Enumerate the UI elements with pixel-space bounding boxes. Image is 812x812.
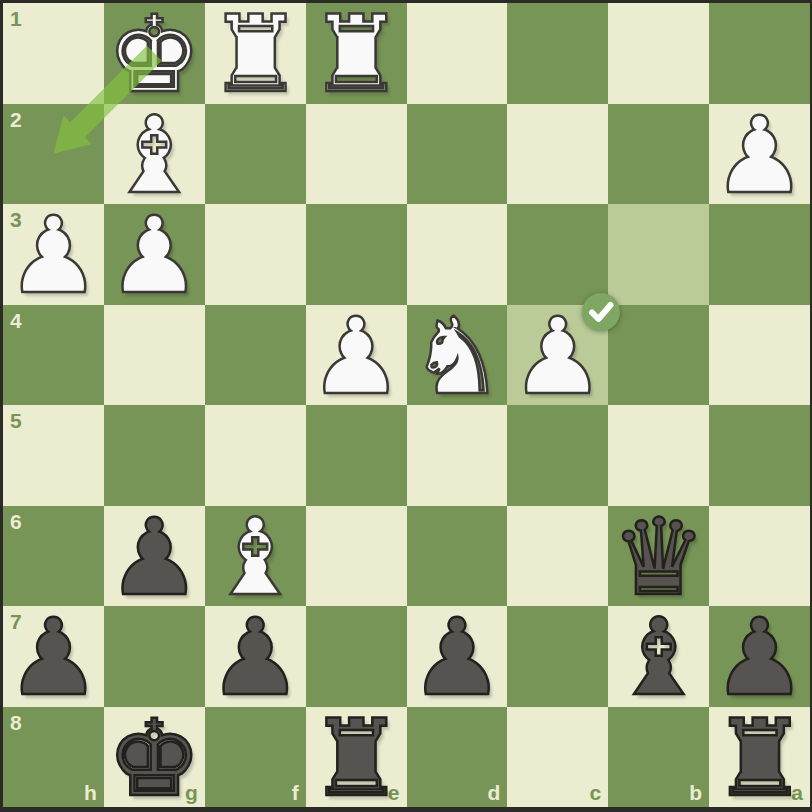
square-f6[interactable]: ♝	[205, 506, 306, 607]
square-h6[interactable]: 6	[3, 506, 104, 607]
square-d8[interactable]: d	[407, 707, 508, 808]
square-e2[interactable]	[306, 104, 407, 205]
square-f5[interactable]	[205, 405, 306, 506]
square-d3[interactable]	[407, 204, 508, 305]
black-pawn-g6[interactable]: ♟	[107, 508, 202, 608]
square-f4[interactable]	[205, 305, 306, 406]
square-a7[interactable]: ♟	[709, 606, 810, 707]
chess-board: 1♚♜♜2♝♟3♟♟4♟♞♟56♟♝♛7♟♟♟♝♟8hg♚fe♜dcba♜	[3, 3, 810, 807]
square-d5[interactable]	[407, 405, 508, 506]
white-king-g1[interactable]: ♚	[107, 5, 202, 105]
square-g4[interactable]	[104, 305, 205, 406]
square-a6[interactable]	[709, 506, 810, 607]
square-b4[interactable]	[608, 305, 709, 406]
square-a4[interactable]	[709, 305, 810, 406]
rank-label-2: 2	[10, 109, 22, 130]
square-f8[interactable]: f	[205, 707, 306, 808]
square-h4[interactable]: 4	[3, 305, 104, 406]
square-h3[interactable]: 3♟	[3, 204, 104, 305]
white-bishop-f6[interactable]: ♝	[208, 508, 303, 608]
file-label-d: d	[488, 782, 501, 803]
white-knight-d4[interactable]: ♞	[409, 307, 504, 407]
square-b3[interactable]	[608, 204, 709, 305]
square-d7[interactable]: ♟	[407, 606, 508, 707]
file-label-h: h	[84, 782, 97, 803]
rank-label-4: 4	[10, 310, 22, 331]
square-f3[interactable]	[205, 204, 306, 305]
square-g1[interactable]: ♚	[104, 3, 205, 104]
square-f7[interactable]: ♟	[205, 606, 306, 707]
square-e3[interactable]	[306, 204, 407, 305]
square-g7[interactable]	[104, 606, 205, 707]
square-b8[interactable]: b	[608, 707, 709, 808]
square-b1[interactable]	[608, 3, 709, 104]
white-pawn-a2[interactable]: ♟	[712, 106, 807, 206]
rank-label-8: 8	[10, 712, 22, 733]
square-e1[interactable]: ♜	[306, 3, 407, 104]
black-pawn-f7[interactable]: ♟	[208, 608, 303, 708]
square-h2[interactable]: 2	[3, 104, 104, 205]
square-h7[interactable]: 7♟	[3, 606, 104, 707]
file-label-b: b	[689, 782, 702, 803]
white-pawn-c4[interactable]: ♟	[510, 307, 605, 407]
black-rook-a8[interactable]: ♜	[712, 709, 807, 809]
square-e4[interactable]: ♟	[306, 305, 407, 406]
file-label-c: c	[590, 782, 602, 803]
white-pawn-h3[interactable]: ♟	[6, 206, 101, 306]
square-a5[interactable]	[709, 405, 810, 506]
white-bishop-g2[interactable]: ♝	[107, 106, 202, 206]
black-king-g8[interactable]: ♚	[107, 709, 202, 809]
square-d4[interactable]: ♞	[407, 305, 508, 406]
square-b5[interactable]	[608, 405, 709, 506]
square-b6[interactable]: ♛	[608, 506, 709, 607]
square-e7[interactable]	[306, 606, 407, 707]
white-pawn-e4[interactable]: ♟	[309, 307, 404, 407]
square-g8[interactable]: g♚	[104, 707, 205, 808]
black-pawn-d7[interactable]: ♟	[409, 608, 504, 708]
white-rook-e1[interactable]: ♜	[309, 5, 404, 105]
square-g3[interactable]: ♟	[104, 204, 205, 305]
square-d2[interactable]	[407, 104, 508, 205]
square-g5[interactable]	[104, 405, 205, 506]
square-c2[interactable]	[507, 104, 608, 205]
square-g2[interactable]: ♝	[104, 104, 205, 205]
square-c7[interactable]	[507, 606, 608, 707]
rank-label-1: 1	[10, 8, 22, 29]
square-d1[interactable]	[407, 3, 508, 104]
square-c3[interactable]	[507, 204, 608, 305]
square-f1[interactable]: ♜	[205, 3, 306, 104]
square-d6[interactable]	[407, 506, 508, 607]
square-a3[interactable]	[709, 204, 810, 305]
square-e8[interactable]: e♜	[306, 707, 407, 808]
file-label-f: f	[292, 782, 299, 803]
rank-label-6: 6	[10, 511, 22, 532]
black-queen-b6[interactable]: ♛	[611, 508, 706, 608]
square-a2[interactable]: ♟	[709, 104, 810, 205]
square-h8[interactable]: 8h	[3, 707, 104, 808]
square-b7[interactable]: ♝	[608, 606, 709, 707]
square-c5[interactable]	[507, 405, 608, 506]
chess-board-frame: 1♚♜♜2♝♟3♟♟4♟♞♟56♟♝♛7♟♟♟♝♟8hg♚fe♜dcba♜	[0, 0, 812, 812]
square-h5[interactable]: 5	[3, 405, 104, 506]
square-h1[interactable]: 1	[3, 3, 104, 104]
square-a1[interactable]	[709, 3, 810, 104]
square-f2[interactable]	[205, 104, 306, 205]
white-rook-f1[interactable]: ♜	[208, 5, 303, 105]
square-c1[interactable]	[507, 3, 608, 104]
square-g6[interactable]: ♟	[104, 506, 205, 607]
black-pawn-h7[interactable]: ♟	[6, 608, 101, 708]
square-c4[interactable]: ♟	[507, 305, 608, 406]
black-bishop-b7[interactable]: ♝	[611, 608, 706, 708]
black-rook-e8[interactable]: ♜	[309, 709, 404, 809]
white-pawn-g3[interactable]: ♟	[107, 206, 202, 306]
square-a8[interactable]: a♜	[709, 707, 810, 808]
black-pawn-a7[interactable]: ♟	[712, 608, 807, 708]
square-c8[interactable]: c	[507, 707, 608, 808]
square-e5[interactable]	[306, 405, 407, 506]
rank-label-5: 5	[10, 410, 22, 431]
square-e6[interactable]	[306, 506, 407, 607]
square-b2[interactable]	[608, 104, 709, 205]
square-c6[interactable]	[507, 506, 608, 607]
